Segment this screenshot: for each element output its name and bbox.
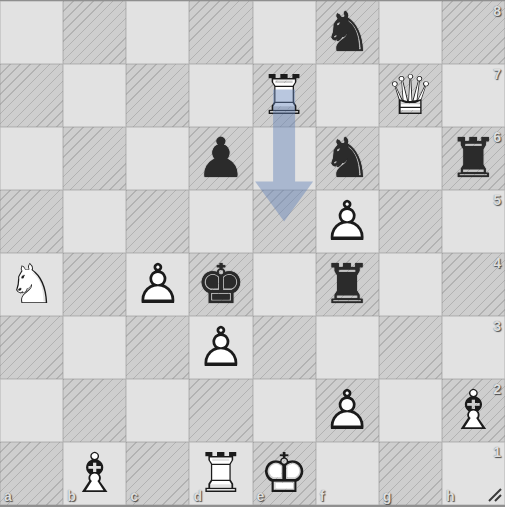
white-rook[interactable]: ♜♖	[253, 64, 316, 127]
square-h4[interactable]: 4	[442, 253, 505, 316]
square-g1[interactable]: g	[379, 442, 442, 505]
square-d1[interactable]: d♜♖	[189, 442, 252, 505]
square-f5[interactable]: ♟♙	[316, 190, 379, 253]
square-f7[interactable]	[316, 64, 379, 127]
black-rook[interactable]: ♜	[442, 127, 505, 190]
square-c5[interactable]	[126, 190, 189, 253]
square-a5[interactable]	[0, 190, 63, 253]
black-knight[interactable]: ♞	[316, 1, 379, 64]
piece-outline: ♗	[442, 379, 505, 442]
square-b8[interactable]	[63, 1, 126, 64]
square-b7[interactable]	[63, 64, 126, 127]
white-rook[interactable]: ♜♖	[189, 442, 252, 505]
square-f4[interactable]: ♜	[316, 253, 379, 316]
square-a8[interactable]	[0, 1, 63, 64]
square-f6[interactable]: ♞	[316, 127, 379, 190]
white-pawn[interactable]: ♟♙	[316, 190, 379, 253]
square-b5[interactable]	[63, 190, 126, 253]
square-h6[interactable]: 6♜	[442, 127, 505, 190]
piece-outline: ♖	[189, 442, 252, 505]
piece-outline: ♙	[316, 379, 379, 442]
resize-handle-icon[interactable]	[488, 488, 502, 502]
square-e5[interactable]	[253, 190, 316, 253]
square-h5[interactable]: 5	[442, 190, 505, 253]
square-f8[interactable]: ♞	[316, 1, 379, 64]
rank-label-5: 5	[493, 192, 501, 208]
black-knight[interactable]: ♞	[316, 127, 379, 190]
black-king[interactable]: ♚	[189, 253, 252, 316]
piece-outline: ♙	[316, 190, 379, 253]
square-d7[interactable]	[189, 64, 252, 127]
piece-outline: ♕	[379, 64, 442, 127]
file-label-c: c	[130, 488, 138, 504]
piece-outline: ♗	[63, 442, 126, 505]
black-rook[interactable]: ♜	[316, 253, 379, 316]
square-g2[interactable]	[379, 379, 442, 442]
piece-glyph: ♜	[442, 127, 505, 190]
square-g4[interactable]	[379, 253, 442, 316]
square-g5[interactable]	[379, 190, 442, 253]
piece-outline: ♔	[253, 442, 316, 505]
square-d4[interactable]: ♚	[189, 253, 252, 316]
piece-glyph: ♚	[189, 253, 252, 316]
square-f2[interactable]: ♟♙	[316, 379, 379, 442]
square-e4[interactable]	[253, 253, 316, 316]
piece-glyph: ♜	[316, 253, 379, 316]
piece-glyph: ♞	[316, 1, 379, 64]
square-c4[interactable]: ♟♙	[126, 253, 189, 316]
square-c1[interactable]: c	[126, 442, 189, 505]
square-e6[interactable]	[253, 127, 316, 190]
white-queen[interactable]: ♛♕	[379, 64, 442, 127]
square-e7[interactable]: ♜♖	[253, 64, 316, 127]
square-b4[interactable]	[63, 253, 126, 316]
square-h7[interactable]: 7	[442, 64, 505, 127]
square-h1[interactable]: h1	[442, 442, 505, 505]
square-c6[interactable]	[126, 127, 189, 190]
square-a3[interactable]	[0, 316, 63, 379]
square-e8[interactable]	[253, 1, 316, 64]
file-label-a: a	[4, 488, 12, 504]
white-bishop[interactable]: ♝♗	[63, 442, 126, 505]
square-b2[interactable]	[63, 379, 126, 442]
square-a7[interactable]	[0, 64, 63, 127]
rank-label-1: 1	[493, 444, 501, 460]
square-d5[interactable]	[189, 190, 252, 253]
square-h8[interactable]: 8	[442, 1, 505, 64]
square-a6[interactable]	[0, 127, 63, 190]
rank-label-7: 7	[493, 66, 501, 82]
square-d3[interactable]: ♟♙	[189, 316, 252, 379]
white-king[interactable]: ♚♔	[253, 442, 316, 505]
rank-label-3: 3	[493, 318, 501, 334]
square-g6[interactable]	[379, 127, 442, 190]
piece-outline: ♘	[0, 253, 63, 316]
piece-glyph: ♟	[189, 127, 252, 190]
rank-label-4: 4	[493, 255, 501, 271]
square-a1[interactable]: a	[0, 442, 63, 505]
square-d8[interactable]	[189, 1, 252, 64]
square-h2[interactable]: 2♝♗	[442, 379, 505, 442]
square-g3[interactable]	[379, 316, 442, 379]
square-b6[interactable]	[63, 127, 126, 190]
white-knight[interactable]: ♞♘	[0, 253, 63, 316]
file-label-f: f	[320, 488, 325, 504]
white-bishop[interactable]: ♝♗	[442, 379, 505, 442]
file-label-h: h	[446, 488, 455, 504]
square-f3[interactable]	[316, 316, 379, 379]
black-pawn[interactable]: ♟	[189, 127, 252, 190]
white-pawn[interactable]: ♟♙	[189, 316, 252, 379]
white-pawn[interactable]: ♟♙	[126, 253, 189, 316]
square-a2[interactable]	[0, 379, 63, 442]
chess-board: ♞8♜♖♛♕7♟♞6♜♟♙5♞♘♟♙♚♜4♟♙3♟♙2♝♗ab♝♗cd♜♖e♚♔…	[0, 0, 505, 507]
square-a4[interactable]: ♞♘	[0, 253, 63, 316]
square-e2[interactable]	[253, 379, 316, 442]
square-c2[interactable]	[126, 379, 189, 442]
square-c7[interactable]	[126, 64, 189, 127]
square-d6[interactable]: ♟	[189, 127, 252, 190]
square-c8[interactable]	[126, 1, 189, 64]
square-e1[interactable]: e♚♔	[253, 442, 316, 505]
square-e3[interactable]	[253, 316, 316, 379]
board-squares: ♞8♜♖♛♕7♟♞6♜♟♙5♞♘♟♙♚♜4♟♙3♟♙2♝♗ab♝♗cd♜♖e♚♔…	[0, 1, 505, 505]
piece-glyph: ♞	[316, 127, 379, 190]
square-f1[interactable]: f	[316, 442, 379, 505]
square-d2[interactable]	[189, 379, 252, 442]
square-c3[interactable]	[126, 316, 189, 379]
square-h3[interactable]: 3	[442, 316, 505, 379]
square-b1[interactable]: b♝♗	[63, 442, 126, 505]
square-g8[interactable]	[379, 1, 442, 64]
piece-outline: ♙	[126, 253, 189, 316]
piece-outline: ♖	[253, 64, 316, 127]
square-b3[interactable]	[63, 316, 126, 379]
file-label-g: g	[383, 488, 392, 504]
rank-label-8: 8	[493, 3, 501, 19]
piece-outline: ♙	[189, 316, 252, 379]
square-g7[interactable]: ♛♕	[379, 64, 442, 127]
white-pawn[interactable]: ♟♙	[316, 379, 379, 442]
